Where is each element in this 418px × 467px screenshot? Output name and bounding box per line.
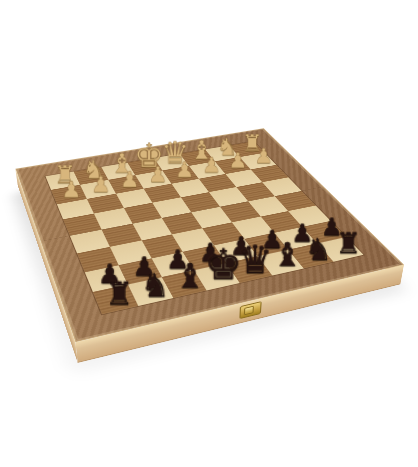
piece-black-bishop-f8[interactable]: ♝ bbox=[174, 259, 205, 293]
piece-black-knight-b8[interactable]: ♞ bbox=[305, 234, 332, 264]
square-g2[interactable]: ♟ bbox=[80, 180, 116, 199]
brass-clasp-icon bbox=[239, 301, 261, 319]
piece-white-pawn-c2[interactable]: ♟ bbox=[202, 155, 221, 176]
piece-white-pawn-f2[interactable]: ♟ bbox=[120, 169, 140, 191]
piece-white-pawn-a2[interactable]: ♟ bbox=[254, 146, 273, 167]
piece-white-pawn-g2[interactable]: ♟ bbox=[91, 174, 111, 196]
piece-white-pawn-h2[interactable]: ♟ bbox=[62, 179, 82, 201]
product-photo: ♜♞♝♚♛♝♞♜♟♟♟♟♟♟♟♟♟♟♟♟♟♟♟♟♜♞♝♚♛♝♞♜ bbox=[0, 0, 418, 467]
piece-black-rook-h8[interactable]: ♜ bbox=[106, 278, 134, 309]
piece-black-king-e8[interactable]: ♚ bbox=[204, 244, 241, 286]
piece-black-knight-g8[interactable]: ♞ bbox=[141, 269, 170, 301]
piece-white-pawn-e2[interactable]: ♟ bbox=[148, 164, 167, 186]
piece-black-bishop-c8[interactable]: ♝ bbox=[273, 239, 302, 272]
square-d2[interactable]: ♟ bbox=[162, 166, 198, 184]
folding-chess-board: ♜♞♝♚♛♝♞♜♟♟♟♟♟♟♟♟♟♟♟♟♟♟♟♟♜♞♝♚♛♝♞♜ bbox=[15, 128, 404, 342]
chess-board-scene: ♜♞♝♚♛♝♞♜♟♟♟♟♟♟♟♟♟♟♟♟♟♟♟♟♜♞♝♚♛♝♞♜ bbox=[40, 62, 340, 362]
piece-white-pawn-b2[interactable]: ♟ bbox=[228, 150, 247, 171]
piece-white-pawn-d2[interactable]: ♟ bbox=[175, 159, 194, 180]
piece-black-queen-d8[interactable]: ♛ bbox=[238, 240, 273, 279]
brass-clasp-hook-icon bbox=[244, 306, 254, 316]
piece-black-rook-a8[interactable]: ♜ bbox=[335, 229, 361, 258]
